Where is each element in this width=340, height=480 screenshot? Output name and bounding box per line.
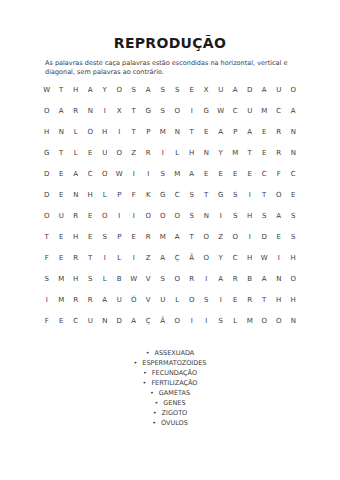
grid-cell-r5c10[interactable]: M	[170, 164, 185, 185]
grid-cell-r2c14[interactable]: C	[228, 101, 243, 122]
grid-cell-r11c14[interactable]: E	[228, 290, 243, 311]
grid-cell-r7c14[interactable]: S	[228, 206, 243, 227]
grid-cell-r4c16[interactable]: E	[257, 143, 272, 164]
grid-cell-r8c14[interactable]: O	[228, 227, 243, 248]
grid-cell-r10c3[interactable]: H	[69, 269, 84, 290]
grid-cell-r12c13[interactable]: S	[214, 311, 229, 332]
word-list-item: •ZIGOTO	[0, 408, 340, 418]
grid-cell-r9c3[interactable]: R	[69, 248, 84, 269]
grid-cell-r1c7[interactable]: S	[127, 80, 142, 101]
word-list: •ASSEXUADA•ESPERMATOZOIDES•FECUNDAÇÃO•FE…	[0, 348, 340, 428]
grid-cell-r8c1[interactable]: T	[40, 227, 55, 248]
grid-cell-r10c2[interactable]: M	[54, 269, 69, 290]
grid-cell-r12c16[interactable]: O	[257, 311, 272, 332]
grid-cell-r1c11[interactable]: E	[185, 80, 200, 101]
grid-cell-r2c8[interactable]: G	[141, 101, 156, 122]
grid-cell-r6c12[interactable]: T	[199, 185, 214, 206]
grid-cell-r9c4[interactable]: T	[83, 248, 98, 269]
grid-cell-r12c3[interactable]: C	[69, 311, 84, 332]
grid-cell-r5c4[interactable]: C	[83, 164, 98, 185]
grid-cell-r2c10[interactable]: O	[170, 101, 185, 122]
grid-cell-r6c3[interactable]: N	[69, 185, 84, 206]
grid-cell-r2c7[interactable]: T	[127, 101, 142, 122]
grid-cell-r3c18[interactable]: N	[286, 122, 301, 143]
grid-cell-r8c13[interactable]: Z	[214, 227, 229, 248]
grid-cell-r9c16[interactable]: W	[257, 248, 272, 269]
grid-cell-r7c15[interactable]: H	[243, 206, 258, 227]
grid-cell-r3c1[interactable]: H	[40, 122, 55, 143]
grid-cell-r12c12[interactable]: I	[199, 311, 214, 332]
grid-cell-r11c2[interactable]: M	[54, 290, 69, 311]
bullet-icon: •	[154, 398, 158, 408]
bullet-icon: •	[143, 368, 147, 378]
grid-cell-r8c17[interactable]: E	[272, 227, 287, 248]
grid-cell-r11c8[interactable]: V	[141, 290, 156, 311]
grid-cell-r3c17[interactable]: R	[272, 122, 287, 143]
grid-cell-r3c15[interactable]: A	[243, 122, 258, 143]
grid-cell-r2c5[interactable]: I	[98, 101, 113, 122]
grid-cell-r5c15[interactable]: E	[243, 164, 258, 185]
grid-cell-r6c5[interactable]: L	[98, 185, 113, 206]
word-list-item: •GAMETAS	[0, 388, 340, 398]
grid-cell-r7c8[interactable]: O	[141, 206, 156, 227]
grid-cell-r7c17[interactable]: A	[272, 206, 287, 227]
grid-cell-r8c9[interactable]: M	[156, 227, 171, 248]
grid-cell-r8c18[interactable]: S	[286, 227, 301, 248]
grid-cell-r11c12[interactable]: S	[199, 290, 214, 311]
grid-cell-r6c14[interactable]: S	[228, 185, 243, 206]
word-label: FERTILIZAÇÃO	[151, 379, 197, 387]
grid-cell-r6c13[interactable]: G	[214, 185, 229, 206]
grid-cell-r2c17[interactable]: C	[272, 101, 287, 122]
grid-cell-r9c7[interactable]: I	[127, 248, 142, 269]
grid-cell-r1c18[interactable]: O	[286, 80, 301, 101]
grid-cell-r7c12[interactable]: N	[199, 206, 214, 227]
grid-cell-r12c6[interactable]: D	[112, 311, 127, 332]
grid-cell-r9c6[interactable]: L	[112, 248, 127, 269]
grid-cell-r10c10[interactable]: O	[170, 269, 185, 290]
grid-cell-r7c4[interactable]: E	[83, 206, 98, 227]
grid-cell-r11c17[interactable]: H	[272, 290, 287, 311]
grid-cell-r5c18[interactable]: C	[286, 164, 301, 185]
grid-cell-r4c8[interactable]: R	[141, 143, 156, 164]
grid-cell-r3c13[interactable]: A	[214, 122, 229, 143]
grid-cell-r1c9[interactable]: S	[156, 80, 171, 101]
grid-cell-r12c8[interactable]: Ç	[141, 311, 156, 332]
bullet-icon: •	[134, 358, 138, 368]
grid-cell-r4c11[interactable]: H	[185, 143, 200, 164]
grid-cell-r8c16[interactable]: D	[257, 227, 272, 248]
grid-cell-r11c3[interactable]: R	[69, 290, 84, 311]
grid-cell-r6c2[interactable]: E	[54, 185, 69, 206]
grid-cell-r7c18[interactable]: S	[286, 206, 301, 227]
grid-cell-r3c6[interactable]: I	[112, 122, 127, 143]
grid-cell-r4c4[interactable]: E	[83, 143, 98, 164]
grid-cell-r4c1[interactable]: G	[40, 143, 55, 164]
grid-cell-r6c10[interactable]: C	[170, 185, 185, 206]
grid-cell-r8c11[interactable]: T	[185, 227, 200, 248]
grid-cell-r11c15[interactable]: R	[243, 290, 258, 311]
grid-cell-r11c16[interactable]: T	[257, 290, 272, 311]
grid-cell-r3c9[interactable]: M	[156, 122, 171, 143]
grid-cell-r8c15[interactable]: I	[243, 227, 258, 248]
grid-cell-r12c1[interactable]: F	[40, 311, 55, 332]
grid-cell-r8c10[interactable]: A	[170, 227, 185, 248]
grid-cell-r4c9[interactable]: I	[156, 143, 171, 164]
grid-cell-r10c9[interactable]: S	[156, 269, 171, 290]
grid-cell-r12c4[interactable]: U	[83, 311, 98, 332]
grid-cell-r3c14[interactable]: P	[228, 122, 243, 143]
grid-cell-r1c5[interactable]: Y	[98, 80, 113, 101]
grid-cell-r10c7[interactable]: W	[127, 269, 142, 290]
word-label: ÓVULOS	[161, 419, 188, 427]
grid-cell-r3c11[interactable]: T	[185, 122, 200, 143]
grid-cell-r5c5[interactable]: O	[98, 164, 113, 185]
grid-cell-r4c10[interactable]: L	[170, 143, 185, 164]
grid-cell-r5c9[interactable]: S	[156, 164, 171, 185]
grid-cell-r4c12[interactable]: N	[199, 143, 214, 164]
bullet-icon: •	[153, 408, 157, 418]
grid-cell-r3c4[interactable]: O	[83, 122, 98, 143]
grid-cell-r12c10[interactable]: O	[170, 311, 185, 332]
word-list-item: •ÓVULOS	[0, 418, 340, 428]
grid-cell-r11c1[interactable]: I	[40, 290, 55, 311]
grid-cell-r6c6[interactable]: P	[112, 185, 127, 206]
grid-cell-r2c11[interactable]: I	[185, 101, 200, 122]
grid-cell-r5c2[interactable]: E	[54, 164, 69, 185]
grid-cell-r7c1[interactable]: O	[40, 206, 55, 227]
grid-cell-r10c17[interactable]: N	[272, 269, 287, 290]
word-list-item: •FECUNDAÇÃO	[0, 368, 340, 378]
grid-cell-r5c3[interactable]: A	[69, 164, 84, 185]
word-label: ASSEXUADA	[155, 349, 195, 357]
grid-cell-r8c4[interactable]: E	[83, 227, 98, 248]
grid-cell-r9c12[interactable]: O	[199, 248, 214, 269]
grid-cell-r1c6[interactable]: O	[112, 80, 127, 101]
grid-cell-r8c2[interactable]: E	[54, 227, 69, 248]
grid-cell-r9c17[interactable]: I	[272, 248, 287, 269]
word-label: ZIGOTO	[162, 409, 188, 417]
grid-cell-r10c14[interactable]: R	[228, 269, 243, 290]
grid-cell-r12c15[interactable]: M	[243, 311, 258, 332]
grid-cell-r11c6[interactable]: U	[112, 290, 127, 311]
word-list-item: •ESPERMATOZOIDES	[0, 358, 340, 368]
grid-cell-r1c3[interactable]: H	[69, 80, 84, 101]
grid-cell-r8c6[interactable]: P	[112, 227, 127, 248]
grid-cell-r8c5[interactable]: S	[98, 227, 113, 248]
grid-cell-r5c16[interactable]: C	[257, 164, 272, 185]
grid-cell-r10c6[interactable]: B	[112, 269, 127, 290]
grid-cell-r5c6[interactable]: W	[112, 164, 127, 185]
grid-cell-r5c11[interactable]: A	[185, 164, 200, 185]
grid-cell-r5c8[interactable]: I	[141, 164, 156, 185]
bullet-icon: •	[146, 348, 150, 358]
grid-cell-r9c11[interactable]: Ã	[185, 248, 200, 269]
grid-cell-r12c18[interactable]: N	[286, 311, 301, 332]
grid-cell-r11c13[interactable]: I	[214, 290, 229, 311]
grid-cell-r4c3[interactable]: L	[69, 143, 84, 164]
grid-cell-r3c3[interactable]: L	[69, 122, 84, 143]
grid-cell-r9c15[interactable]: H	[243, 248, 258, 269]
grid-cell-r5c13[interactable]: E	[214, 164, 229, 185]
word-list-item: •ASSEXUADA	[0, 348, 340, 358]
grid-cell-r10c11[interactable]: R	[185, 269, 200, 290]
grid-cell-r3c2[interactable]: N	[54, 122, 69, 143]
grid-cell-r11c9[interactable]: U	[156, 290, 171, 311]
grid-cell-r12c2[interactable]: E	[54, 311, 69, 332]
word-search-grid: WTHAYOSASSEXUADAUOOARNIXTGSOIGWCUMCAHNLO…	[40, 80, 301, 332]
grid-cell-r11c11[interactable]: O	[185, 290, 200, 311]
grid-cell-r6c16[interactable]: T	[257, 185, 272, 206]
grid-cell-r11c10[interactable]: L	[170, 290, 185, 311]
grid-cell-r5c1[interactable]: D	[40, 164, 55, 185]
grid-cell-r10c15[interactable]: B	[243, 269, 258, 290]
grid-cell-r6c11[interactable]: S	[185, 185, 200, 206]
grid-cell-r7c16[interactable]: S	[257, 206, 272, 227]
grid-cell-r1c10[interactable]: S	[170, 80, 185, 101]
grid-cell-r2c13[interactable]: W	[214, 101, 229, 122]
grid-cell-r1c16[interactable]: A	[257, 80, 272, 101]
grid-cell-r2c9[interactable]: S	[156, 101, 171, 122]
grid-cell-r2c12[interactable]: G	[199, 101, 214, 122]
grid-cell-r10c8[interactable]: V	[141, 269, 156, 290]
grid-cell-r4c2[interactable]: T	[54, 143, 69, 164]
grid-cell-r5c12[interactable]: E	[199, 164, 214, 185]
grid-cell-r3c12[interactable]: E	[199, 122, 214, 143]
grid-cell-r4c17[interactable]: R	[272, 143, 287, 164]
grid-cell-r1c13[interactable]: U	[214, 80, 229, 101]
grid-cell-r4c13[interactable]: Y	[214, 143, 229, 164]
word-list-item: •GENES	[0, 398, 340, 408]
grid-cell-r2c18[interactable]: A	[286, 101, 301, 122]
grid-cell-r4c15[interactable]: T	[243, 143, 258, 164]
grid-cell-r9c10[interactable]: Ç	[170, 248, 185, 269]
grid-cell-r1c4[interactable]: A	[83, 80, 98, 101]
grid-cell-r2c6[interactable]: X	[112, 101, 127, 122]
worksheet-page: REPRODUÇÃO As palavras deste caça palavr…	[0, 0, 340, 480]
grid-cell-r9c9[interactable]: A	[156, 248, 171, 269]
grid-cell-r9c2[interactable]: E	[54, 248, 69, 269]
grid-cell-r5c14[interactable]: E	[228, 164, 243, 185]
grid-cell-r10c4[interactable]: S	[83, 269, 98, 290]
grid-cell-r8c12[interactable]: O	[199, 227, 214, 248]
grid-cell-r6c8[interactable]: K	[141, 185, 156, 206]
grid-cell-r8c8[interactable]: R	[141, 227, 156, 248]
grid-cell-r7c13[interactable]: I	[214, 206, 229, 227]
grid-cell-r2c16[interactable]: M	[257, 101, 272, 122]
grid-cell-r1c1[interactable]: W	[40, 80, 55, 101]
grid-cell-r1c15[interactable]: D	[243, 80, 258, 101]
grid-cell-r3c5[interactable]: H	[98, 122, 113, 143]
word-label: GAMETAS	[159, 389, 190, 397]
grid-cell-r2c2[interactable]: A	[54, 101, 69, 122]
grid-cell-r2c4[interactable]: N	[83, 101, 98, 122]
grid-cell-r8c3[interactable]: H	[69, 227, 84, 248]
grid-cell-r10c12[interactable]: I	[199, 269, 214, 290]
grid-cell-r1c14[interactable]: A	[228, 80, 243, 101]
word-label: FECUNDAÇÃO	[152, 369, 197, 377]
word-label: GENES	[163, 399, 185, 407]
bullet-icon: •	[152, 418, 156, 428]
grid-cell-r12c11[interactable]: I	[185, 311, 200, 332]
grid-cell-r11c5[interactable]: A	[98, 290, 113, 311]
grid-cell-r2c3[interactable]: R	[69, 101, 84, 122]
grid-cell-r2c15[interactable]: U	[243, 101, 258, 122]
puzzle-title: REPRODUÇÃO	[0, 35, 340, 51]
grid-cell-r7c7[interactable]: I	[127, 206, 142, 227]
grid-cell-r4c5[interactable]: U	[98, 143, 113, 164]
grid-cell-r1c2[interactable]: T	[54, 80, 69, 101]
grid-cell-r12c17[interactable]: O	[272, 311, 287, 332]
grid-cell-r3c10[interactable]: N	[170, 122, 185, 143]
grid-cell-r12c5[interactable]: N	[98, 311, 113, 332]
grid-cell-r7c11[interactable]: S	[185, 206, 200, 227]
grid-cell-r11c18[interactable]: H	[286, 290, 301, 311]
grid-cell-r6c18[interactable]: E	[286, 185, 301, 206]
grid-cell-r9c13[interactable]: Y	[214, 248, 229, 269]
grid-cell-r11c4[interactable]: R	[83, 290, 98, 311]
grid-cell-r9c18[interactable]: H	[286, 248, 301, 269]
grid-cell-r12c7[interactable]: A	[127, 311, 142, 332]
puzzle-instructions: As palavras deste caça palavras estão es…	[45, 59, 305, 77]
grid-cell-r6c7[interactable]: F	[127, 185, 142, 206]
grid-cell-r9c14[interactable]: C	[228, 248, 243, 269]
grid-cell-r1c12[interactable]: X	[199, 80, 214, 101]
grid-cell-r8c7[interactable]: E	[127, 227, 142, 248]
grid-cell-r12c14[interactable]: L	[228, 311, 243, 332]
grid-cell-r2c1[interactable]: O	[40, 101, 55, 122]
grid-cell-r6c9[interactable]: G	[156, 185, 171, 206]
grid-cell-r3c7[interactable]: T	[127, 122, 142, 143]
word-list-item: •FERTILIZAÇÃO	[0, 378, 340, 388]
grid-cell-r5c7[interactable]: I	[127, 164, 142, 185]
grid-cell-r10c16[interactable]: A	[257, 269, 272, 290]
grid-cell-r3c16[interactable]: E	[257, 122, 272, 143]
grid-cell-r10c1[interactable]: S	[40, 269, 55, 290]
grid-cell-r12c9[interactable]: Ã	[156, 311, 171, 332]
grid-cell-r6c4[interactable]: H	[83, 185, 98, 206]
grid-cell-r9c8[interactable]: Z	[141, 248, 156, 269]
grid-cell-r7c5[interactable]: O	[98, 206, 113, 227]
grid-cell-r7c3[interactable]: R	[69, 206, 84, 227]
bullet-icon: •	[143, 378, 147, 388]
word-label: ESPERMATOZOIDES	[142, 359, 206, 367]
grid-cell-r1c17[interactable]: U	[272, 80, 287, 101]
grid-cell-r10c13[interactable]: A	[214, 269, 229, 290]
grid-cell-r10c18[interactable]: O	[286, 269, 301, 290]
grid-cell-r4c14[interactable]: M	[228, 143, 243, 164]
grid-cell-r1c8[interactable]: A	[141, 80, 156, 101]
grid-cell-r7c9[interactable]: O	[156, 206, 171, 227]
grid-cell-r7c10[interactable]: O	[170, 206, 185, 227]
grid-cell-r4c18[interactable]: N	[286, 143, 301, 164]
grid-cell-r3c8[interactable]: P	[141, 122, 156, 143]
grid-cell-r7c6[interactable]: I	[112, 206, 127, 227]
grid-cell-r4c6[interactable]: O	[112, 143, 127, 164]
grid-cell-r9c5[interactable]: I	[98, 248, 113, 269]
grid-cell-r5c17[interactable]: F	[272, 164, 287, 185]
bullet-icon: •	[150, 388, 154, 398]
grid-cell-r9c1[interactable]: F	[40, 248, 55, 269]
grid-cell-r6c15[interactable]: I	[243, 185, 258, 206]
grid-cell-r7c2[interactable]: U	[54, 206, 69, 227]
grid-cell-r10c5[interactable]: L	[98, 269, 113, 290]
grid-cell-r6c17[interactable]: O	[272, 185, 287, 206]
grid-cell-r4c7[interactable]: Z	[127, 143, 142, 164]
grid-cell-r6c1[interactable]: D	[40, 185, 55, 206]
grid-cell-r11c7[interactable]: Ó	[127, 290, 142, 311]
